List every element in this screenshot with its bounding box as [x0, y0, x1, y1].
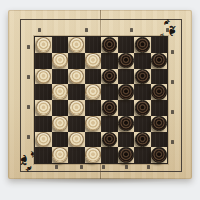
light-piece[interactable]: [69, 37, 85, 53]
board-square[interactable]: [151, 69, 168, 85]
light-piece[interactable]: [36, 100, 52, 116]
board-square[interactable]: [68, 69, 85, 85]
board-square[interactable]: [85, 37, 102, 53]
board-drop-shadow: [10, 178, 190, 184]
board-square[interactable]: [52, 84, 69, 100]
board-square[interactable]: [68, 147, 85, 163]
board-square[interactable]: [52, 116, 69, 132]
edge-numeral-mark: [38, 28, 41, 32]
board-square[interactable]: [68, 53, 85, 69]
board-square[interactable]: [35, 100, 52, 116]
board-square[interactable]: [101, 37, 118, 53]
board-square[interactable]: [118, 69, 135, 85]
board-square[interactable]: [85, 69, 102, 85]
board-square[interactable]: [85, 116, 102, 132]
light-piece[interactable]: [52, 84, 68, 100]
product-photo: ❧ ❧ ❧ ❧ ❧ ❧: [0, 0, 200, 200]
light-piece[interactable]: [52, 53, 68, 69]
board-square[interactable]: [52, 37, 69, 53]
edge-numeral-mark: [171, 50, 174, 54]
dark-piece[interactable]: [102, 100, 118, 116]
board-square[interactable]: [35, 116, 52, 132]
board-square[interactable]: [52, 132, 69, 148]
board-square[interactable]: [52, 100, 69, 116]
board-square[interactable]: [151, 100, 168, 116]
board-square[interactable]: [101, 100, 118, 116]
board-square[interactable]: [35, 69, 52, 85]
board-square[interactable]: [134, 69, 151, 85]
board-square[interactable]: [52, 147, 69, 163]
light-piece[interactable]: [69, 132, 85, 148]
edge-numeral-mark: [125, 165, 128, 169]
light-piece[interactable]: [85, 84, 101, 100]
edge-numeral-mark: [102, 165, 105, 169]
dark-piece[interactable]: [135, 100, 151, 116]
board-square[interactable]: [101, 147, 118, 163]
board-square[interactable]: [68, 84, 85, 100]
dark-piece[interactable]: [135, 69, 151, 85]
edge-numeral-mark: [55, 165, 58, 169]
board-square[interactable]: [134, 147, 151, 163]
board-square[interactable]: [85, 132, 102, 148]
light-piece[interactable]: [85, 147, 101, 163]
board-square[interactable]: [101, 53, 118, 69]
dark-piece[interactable]: [151, 53, 167, 69]
board-square[interactable]: [35, 37, 52, 53]
board-square[interactable]: [68, 132, 85, 148]
board-square[interactable]: [134, 53, 151, 69]
edge-numeral-mark: [27, 105, 30, 109]
dark-piece[interactable]: [102, 132, 118, 148]
dark-piece[interactable]: [135, 132, 151, 148]
edge-numeral-mark: [147, 165, 150, 169]
board-square[interactable]: [134, 37, 151, 53]
light-piece[interactable]: [52, 147, 68, 163]
dark-piece[interactable]: [118, 116, 134, 132]
dark-piece[interactable]: [102, 69, 118, 85]
light-piece[interactable]: [69, 100, 85, 116]
edge-numeral-mark: [80, 165, 83, 169]
board-square[interactable]: [134, 116, 151, 132]
board-square[interactable]: [85, 147, 102, 163]
light-piece[interactable]: [36, 69, 52, 85]
board-square[interactable]: [134, 84, 151, 100]
board-square[interactable]: [52, 69, 69, 85]
board-square[interactable]: [151, 84, 168, 100]
board-square[interactable]: [101, 84, 118, 100]
board-square[interactable]: [151, 147, 168, 163]
board-square[interactable]: [134, 100, 151, 116]
edge-numeral-mark: [130, 28, 133, 32]
board-square[interactable]: [68, 100, 85, 116]
board-square[interactable]: [134, 132, 151, 148]
edge-numeral-mark: [27, 75, 30, 79]
board-square[interactable]: [85, 84, 102, 100]
board-square[interactable]: [101, 132, 118, 148]
board-square[interactable]: [118, 84, 135, 100]
edge-numeral-mark: [171, 80, 174, 84]
board-square[interactable]: [118, 100, 135, 116]
board-square[interactable]: [35, 53, 52, 69]
dark-piece[interactable]: [151, 116, 167, 132]
board-square[interactable]: [101, 69, 118, 85]
playing-field-grid: [34, 36, 168, 164]
board-square[interactable]: [35, 84, 52, 100]
light-piece[interactable]: [69, 69, 85, 85]
board-square[interactable]: [68, 116, 85, 132]
board-square[interactable]: [35, 147, 52, 163]
edge-numeral-mark: [27, 135, 30, 139]
edge-numeral-mark: [27, 45, 30, 49]
dark-piece[interactable]: [135, 37, 151, 53]
board-square[interactable]: [101, 116, 118, 132]
dark-piece[interactable]: [118, 53, 134, 69]
board-square[interactable]: [35, 132, 52, 148]
board-square[interactable]: [68, 37, 85, 53]
board-square[interactable]: [151, 116, 168, 132]
light-piece[interactable]: [85, 53, 101, 69]
edge-numeral-mark: [171, 110, 174, 114]
board-square[interactable]: [118, 37, 135, 53]
board-square[interactable]: [151, 53, 168, 69]
board-square[interactable]: [85, 100, 102, 116]
edge-numeral-mark: [166, 28, 169, 32]
edge-numeral-mark: [85, 28, 88, 32]
dark-piece[interactable]: [102, 37, 118, 53]
dark-piece[interactable]: [118, 147, 134, 163]
light-piece[interactable]: [36, 37, 52, 53]
board-square[interactable]: [151, 37, 168, 53]
light-piece[interactable]: [36, 132, 52, 148]
board-square[interactable]: [118, 132, 135, 148]
dark-piece[interactable]: [151, 147, 167, 163]
light-piece[interactable]: [85, 116, 101, 132]
checkers-board: ❧ ❧ ❧ ❧ ❧ ❧: [8, 10, 192, 179]
board-square[interactable]: [52, 53, 69, 69]
dark-piece[interactable]: [151, 84, 167, 100]
dark-piece[interactable]: [118, 84, 134, 100]
board-square[interactable]: [118, 147, 135, 163]
board-square[interactable]: [85, 53, 102, 69]
board-square[interactable]: [118, 116, 135, 132]
board-square[interactable]: [118, 53, 135, 69]
light-piece[interactable]: [52, 116, 68, 132]
board-square[interactable]: [151, 132, 168, 148]
edge-numeral-mark: [171, 140, 174, 144]
